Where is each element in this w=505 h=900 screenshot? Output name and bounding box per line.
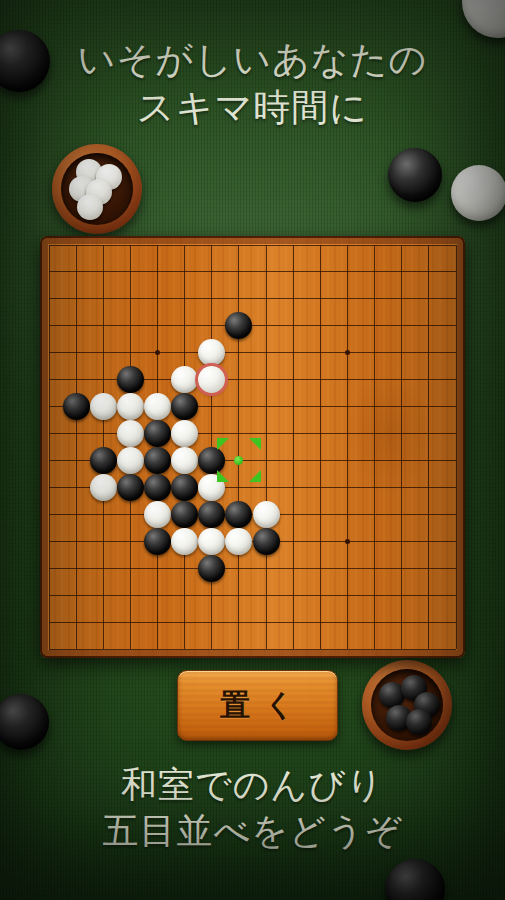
grid-line-horizontal [49,325,456,326]
grid-line-vertical [320,245,321,649]
decor-stone-black-mid-right [388,148,442,202]
grid-line-horizontal [49,298,456,299]
star-point [345,350,350,355]
grid-line-horizontal [49,245,456,246]
stone-white [144,501,171,528]
goban[interactable] [40,236,465,658]
stone-white [90,474,117,501]
grid-line-vertical [293,245,294,649]
grid-line-vertical [401,245,402,649]
stone-white [171,528,198,555]
grid-line-vertical [374,245,375,649]
grid-line-horizontal [49,352,456,353]
placement-cursor[interactable] [217,438,261,482]
placement-cursor-corner-tr [249,438,261,450]
place-stone-button[interactable]: 置く [177,670,338,741]
stone-black [144,528,171,555]
stone-black [171,501,198,528]
stone-white [144,393,171,420]
stone-black [198,555,225,582]
bowl-black-stone [406,709,432,735]
grid-line-vertical [76,245,77,649]
placement-cursor-corner-br [249,470,261,482]
stone-white-last-move [198,366,225,393]
decor-stone-black-bottom-left [0,694,49,750]
stone-white [253,501,280,528]
grid-line-vertical [49,245,50,649]
grid-line-horizontal [49,379,456,380]
tagline-bottom: 和室でのんびり 五目並べをどうぞ [0,762,505,854]
stone-black [171,393,198,420]
grid-line-vertical [266,245,267,649]
star-point [345,539,350,544]
stone-white [225,528,252,555]
black-stone-bowl [362,660,452,750]
stone-black [117,366,144,393]
decor-stone-white-top-right [462,0,505,38]
tagline-top-line2: スキマ時間に [0,84,505,132]
stone-black [225,312,252,339]
stone-white [117,420,144,447]
white-stone-bowl [52,144,142,234]
stone-white [171,420,198,447]
grid-line-vertical [456,245,457,649]
grid-line-horizontal [49,271,456,272]
grid-line-horizontal [49,649,456,650]
stone-white [198,528,225,555]
decor-stone-white-mid-right [451,165,505,221]
grid-line-horizontal [49,433,456,434]
stone-white [90,393,117,420]
stone-white [198,339,225,366]
tagline-bottom-line1: 和室でのんびり [0,762,505,808]
tagline-top-line1: いそがしいあなたの [0,36,505,84]
stone-black [144,474,171,501]
stone-black [90,447,117,474]
stone-white [171,366,198,393]
stone-black [117,474,144,501]
stone-white [171,447,198,474]
grid-line-vertical [347,245,348,649]
tagline-bottom-line2: 五目並べをどうぞ [0,808,505,854]
stone-black [171,474,198,501]
stone-black [198,501,225,528]
grid-line-horizontal [49,622,456,623]
grid-line-vertical [428,245,429,649]
star-point [155,350,160,355]
tagline-top: いそがしいあなたの スキマ時間に [0,36,505,132]
placement-cursor-corner-bl [217,470,229,482]
grid-line-horizontal [49,595,456,596]
gomoku-app-screen: いそがしいあなたの スキマ時間に 置く 和室でのんびり 五目並べをどうぞ [0,0,505,900]
stone-black [225,501,252,528]
stone-black [144,420,171,447]
stone-black [253,528,280,555]
place-stone-button-label: 置く [206,685,309,726]
stone-black [63,393,90,420]
stone-black [144,447,171,474]
decor-stone-black-bottom [385,859,445,900]
placement-cursor-dot [234,456,243,465]
stone-white [117,393,144,420]
grid-line-horizontal [49,568,456,569]
placement-cursor-corner-tl [217,438,229,450]
bowl-white-stone [77,194,103,220]
stone-white [117,447,144,474]
